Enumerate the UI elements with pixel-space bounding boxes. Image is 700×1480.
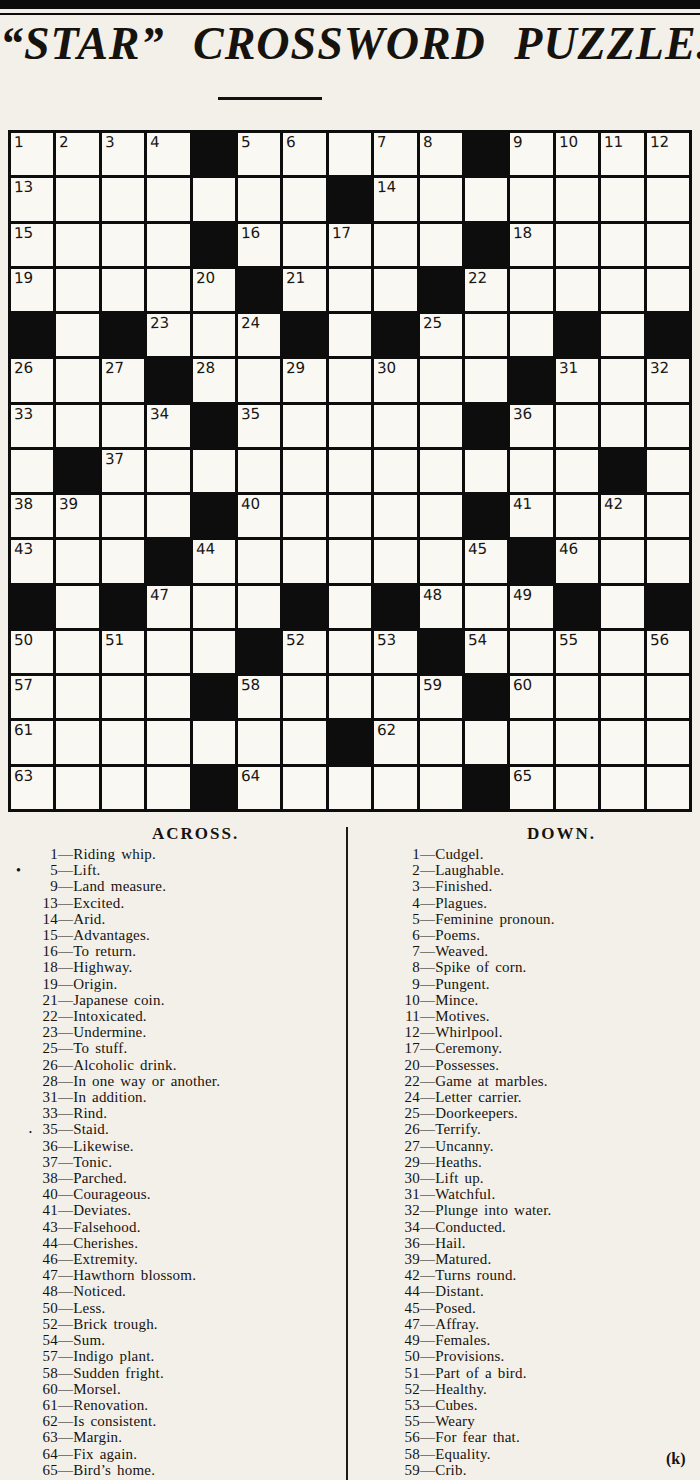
white-cell[interactable] [374, 495, 416, 537]
white-cell[interactable] [556, 495, 598, 537]
clue-number: 56 [352, 1429, 420, 1445]
clue-item: 44—Cherishes. [30, 1235, 342, 1251]
white-cell[interactable]: 36 [510, 405, 552, 447]
black-cell [193, 495, 235, 537]
clue-number: 63 [30, 1429, 58, 1445]
clue-number: 53 [352, 1397, 420, 1413]
clue-number: 6 [352, 927, 420, 943]
white-cell[interactable] [556, 224, 598, 266]
white-cell[interactable]: 32 [647, 359, 689, 401]
white-cell[interactable]: 12 [647, 133, 689, 175]
cell-number: 22 [468, 269, 488, 287]
clue-item: 14—Arid. [30, 911, 342, 927]
white-cell[interactable] [147, 495, 189, 537]
white-cell[interactable] [465, 586, 507, 628]
white-cell[interactable] [510, 314, 552, 356]
title-divider [218, 97, 322, 100]
white-cell[interactable] [56, 676, 98, 718]
white-cell[interactable]: 43 [11, 540, 53, 582]
cell-number: 35 [241, 405, 261, 423]
white-cell[interactable] [193, 586, 235, 628]
clue-text: —Undermine. [58, 1024, 146, 1040]
black-cell [329, 178, 371, 220]
white-cell[interactable] [647, 495, 689, 537]
white-cell[interactable] [102, 178, 144, 220]
clue-item: 31—Watchful. [352, 1186, 698, 1202]
white-cell[interactable] [238, 178, 280, 220]
cell-number: 32 [649, 360, 669, 378]
white-cell[interactable] [329, 495, 371, 537]
clue-text: —Noticed. [58, 1283, 126, 1299]
cell-number: 14 [377, 179, 397, 197]
white-cell[interactable] [601, 631, 643, 673]
white-cell[interactable] [510, 721, 552, 763]
clue-number: 58 [352, 1446, 420, 1462]
white-cell[interactable] [601, 224, 643, 266]
white-cell[interactable] [420, 178, 462, 220]
white-cell[interactable]: 2 [56, 133, 98, 175]
clue-item: 50—Provisions. [352, 1348, 698, 1364]
white-cell[interactable] [556, 178, 598, 220]
white-cell[interactable] [465, 721, 507, 763]
black-cell [465, 495, 507, 537]
white-cell[interactable]: 50 [11, 631, 53, 673]
white-cell[interactable]: 41 [510, 495, 552, 537]
white-cell[interactable] [56, 314, 98, 356]
cell-number: 17 [332, 224, 352, 242]
white-cell[interactable]: 29 [283, 359, 325, 401]
white-cell[interactable] [465, 178, 507, 220]
white-cell[interactable]: 28 [193, 359, 235, 401]
white-cell[interactable]: 51 [102, 631, 144, 673]
clue-number: 8 [352, 959, 420, 975]
clue-item: 13—Excited. [30, 895, 342, 911]
white-cell[interactable]: 26 [11, 359, 53, 401]
white-cell[interactable]: 39 [56, 495, 98, 537]
white-cell[interactable]: 65 [510, 767, 552, 809]
white-cell[interactable] [193, 178, 235, 220]
cell-number: 41 [513, 496, 533, 514]
white-cell[interactable] [102, 540, 144, 582]
clue-text: —Letter carrier. [420, 1089, 522, 1105]
white-cell[interactable]: 34 [147, 405, 189, 447]
white-cell[interactable] [601, 540, 643, 582]
black-cell [510, 540, 552, 582]
white-cell[interactable] [283, 676, 325, 718]
white-cell[interactable]: 1 [11, 133, 53, 175]
clue-number: 61 [30, 1397, 58, 1413]
white-cell[interactable] [283, 178, 325, 220]
white-cell[interactable] [329, 359, 371, 401]
white-cell[interactable]: 58 [238, 676, 280, 718]
cell-number: 42 [604, 496, 624, 514]
white-cell[interactable] [283, 450, 325, 492]
clue-item: 42—Turns round. [352, 1267, 698, 1283]
white-cell[interactable] [283, 540, 325, 582]
white-cell[interactable]: 53 [374, 631, 416, 673]
white-cell[interactable] [601, 721, 643, 763]
white-cell[interactable] [374, 269, 416, 311]
cell-number: 37 [105, 451, 125, 469]
cell-number: 61 [14, 722, 34, 740]
white-cell[interactable] [556, 721, 598, 763]
clue-number: 43 [30, 1219, 58, 1235]
clue-text: —Heaths. [420, 1154, 482, 1170]
white-cell[interactable] [56, 405, 98, 447]
clue-text: —Provisions. [420, 1348, 505, 1364]
clue-text: —Watchful. [420, 1186, 495, 1202]
clue-item: 32—Plunge into water. [352, 1202, 698, 1218]
white-cell[interactable] [601, 676, 643, 718]
white-cell[interactable] [556, 269, 598, 311]
white-cell[interactable] [283, 767, 325, 809]
white-cell[interactable] [601, 405, 643, 447]
white-cell[interactable] [56, 631, 98, 673]
white-cell[interactable] [193, 450, 235, 492]
white-cell[interactable] [647, 676, 689, 718]
white-cell[interactable]: 60 [510, 676, 552, 718]
white-cell[interactable] [283, 495, 325, 537]
cell-number: 13 [14, 179, 34, 197]
white-cell[interactable]: 11 [601, 133, 643, 175]
clue-text: —Renovation. [58, 1397, 148, 1413]
cell-number: 5 [241, 134, 251, 151]
clue-text: —Part of a bird. [420, 1365, 527, 1381]
white-cell[interactable]: 49 [510, 586, 552, 628]
white-cell[interactable] [56, 359, 98, 401]
white-cell[interactable]: 7 [374, 133, 416, 175]
white-cell[interactable] [510, 631, 552, 673]
white-cell[interactable] [329, 586, 371, 628]
clue-text: —Possesses. [420, 1057, 499, 1073]
white-cell[interactable] [420, 405, 462, 447]
white-cell[interactable] [420, 495, 462, 537]
white-cell[interactable] [647, 721, 689, 763]
white-cell[interactable] [374, 676, 416, 718]
white-cell[interactable]: 9 [510, 133, 552, 175]
white-cell[interactable] [329, 631, 371, 673]
white-cell[interactable]: 20 [193, 269, 235, 311]
white-cell[interactable] [601, 586, 643, 628]
clue-number: 64 [30, 1446, 58, 1462]
white-cell[interactable] [147, 269, 189, 311]
white-cell[interactable] [601, 767, 643, 809]
clue-number: 26 [352, 1121, 420, 1137]
cell-number: 50 [14, 632, 34, 650]
clue-number: 9 [30, 878, 58, 894]
white-cell[interactable] [374, 767, 416, 809]
white-cell[interactable] [374, 540, 416, 582]
cell-number: 64 [241, 767, 261, 785]
black-cell [374, 314, 416, 356]
clue-item: 31—In addition. [30, 1089, 342, 1105]
white-cell[interactable]: 10 [556, 133, 598, 175]
clue-number: 42 [352, 1267, 420, 1283]
white-cell[interactable] [329, 540, 371, 582]
white-cell[interactable] [647, 405, 689, 447]
white-cell[interactable]: 8 [420, 133, 462, 175]
clue-item: •5—Lift. [30, 862, 342, 878]
white-cell[interactable]: 22 [465, 269, 507, 311]
white-cell[interactable]: 4 [147, 133, 189, 175]
white-cell[interactable] [283, 721, 325, 763]
white-cell[interactable]: 31 [556, 359, 598, 401]
black-cell [329, 721, 371, 763]
clue-number: 1 [352, 846, 420, 862]
clue-number: 52 [352, 1381, 420, 1397]
white-cell[interactable] [329, 133, 371, 175]
white-cell[interactable] [238, 721, 280, 763]
white-cell[interactable]: 6 [283, 133, 325, 175]
white-cell[interactable] [465, 314, 507, 356]
white-cell[interactable] [329, 676, 371, 718]
white-cell[interactable] [193, 314, 235, 356]
black-cell [193, 224, 235, 266]
clue-item: 10—Mince. [352, 992, 698, 1008]
white-cell[interactable] [601, 178, 643, 220]
white-cell[interactable] [147, 767, 189, 809]
white-cell[interactable]: 45 [465, 540, 507, 582]
white-cell[interactable] [647, 178, 689, 220]
white-cell[interactable]: 27 [102, 359, 144, 401]
white-cell[interactable] [465, 450, 507, 492]
white-cell[interactable] [283, 405, 325, 447]
white-cell[interactable] [56, 269, 98, 311]
white-cell[interactable]: 3 [102, 133, 144, 175]
white-cell[interactable]: 33 [11, 405, 53, 447]
clue-text: —Sum. [58, 1332, 105, 1348]
white-cell[interactable]: 57 [11, 676, 53, 718]
cell-number: 10 [559, 134, 579, 152]
clue-text: —Highway. [58, 959, 133, 975]
white-cell[interactable] [329, 767, 371, 809]
white-cell[interactable]: 55 [556, 631, 598, 673]
clue-column-divider [346, 827, 348, 1480]
white-cell[interactable] [238, 450, 280, 492]
clue-item: 23—Undermine. [30, 1024, 342, 1040]
white-cell[interactable] [56, 586, 98, 628]
clue-number: 36 [352, 1235, 420, 1251]
cell-number: 33 [14, 405, 34, 423]
white-cell[interactable] [647, 767, 689, 809]
white-cell[interactable]: 61 [11, 721, 53, 763]
white-cell[interactable] [193, 721, 235, 763]
cell-number: 63 [14, 767, 34, 785]
white-cell[interactable] [420, 359, 462, 401]
white-cell[interactable] [147, 224, 189, 266]
white-cell[interactable] [102, 405, 144, 447]
cell-number: 15 [14, 224, 34, 242]
clue-number: 19 [30, 976, 58, 992]
white-cell[interactable]: 56 [647, 631, 689, 673]
black-cell [193, 133, 235, 175]
white-cell[interactable] [56, 178, 98, 220]
white-cell[interactable]: 64 [238, 767, 280, 809]
clue-item: 46—Extremity. [30, 1251, 342, 1267]
white-cell[interactable] [147, 631, 189, 673]
clue-number: 21 [30, 992, 58, 1008]
clue-text: —Advantages. [58, 927, 150, 943]
white-cell[interactable] [283, 224, 325, 266]
white-cell[interactable] [374, 405, 416, 447]
white-cell[interactable] [601, 359, 643, 401]
black-cell [647, 586, 689, 628]
white-cell[interactable] [510, 269, 552, 311]
clue-item: 5—Feminine pronoun. [352, 911, 698, 927]
white-cell[interactable] [102, 495, 144, 537]
white-cell[interactable] [147, 721, 189, 763]
clue-item: 39—Matured. [352, 1251, 698, 1267]
white-cell[interactable] [329, 405, 371, 447]
white-cell[interactable]: 52 [283, 631, 325, 673]
white-cell[interactable] [147, 450, 189, 492]
clue-item: 21—Japanese coin. [30, 992, 342, 1008]
white-cell[interactable] [147, 178, 189, 220]
white-cell[interactable] [647, 224, 689, 266]
white-cell[interactable] [147, 676, 189, 718]
clue-number: 62 [30, 1413, 58, 1429]
white-cell[interactable] [374, 224, 416, 266]
white-cell[interactable] [102, 767, 144, 809]
clue-item: 1—Riding whip. [30, 846, 342, 862]
white-cell[interactable] [647, 540, 689, 582]
white-cell[interactable] [329, 269, 371, 311]
clue-item: 36—Hail. [352, 1235, 698, 1251]
white-cell[interactable]: 30 [374, 359, 416, 401]
clue-number: 51 [352, 1365, 420, 1381]
white-cell[interactable] [238, 586, 280, 628]
white-cell[interactable] [420, 721, 462, 763]
white-cell[interactable]: 25 [420, 314, 462, 356]
white-cell[interactable] [556, 767, 598, 809]
white-cell[interactable]: 47 [147, 586, 189, 628]
white-cell[interactable] [11, 450, 53, 492]
clue-item: 64—Fix again. [30, 1446, 342, 1462]
white-cell[interactable] [102, 269, 144, 311]
white-cell[interactable] [420, 224, 462, 266]
cell-number: 40 [241, 496, 261, 514]
white-cell[interactable] [556, 450, 598, 492]
white-cell[interactable]: 59 [420, 676, 462, 718]
white-cell[interactable] [647, 450, 689, 492]
black-cell [147, 540, 189, 582]
white-cell[interactable] [102, 676, 144, 718]
clue-number: 38 [30, 1170, 58, 1186]
clue-text: —Intoxicated. [58, 1008, 147, 1024]
clue-item: 4—Plagues. [352, 895, 698, 911]
white-cell[interactable] [238, 359, 280, 401]
clue-text: —Origin. [58, 976, 118, 992]
white-cell[interactable] [102, 721, 144, 763]
clue-item: 48—Noticed. [30, 1283, 342, 1299]
white-cell[interactable] [56, 767, 98, 809]
black-cell [193, 767, 235, 809]
white-cell[interactable]: 23 [147, 314, 189, 356]
white-cell[interactable]: 5 [238, 133, 280, 175]
white-cell[interactable]: 37 [102, 450, 144, 492]
clue-item: 22—Game at marbles. [352, 1073, 698, 1089]
clue-item: 7—Weaved. [352, 943, 698, 959]
clue-text: —Pungent. [420, 976, 490, 992]
white-cell[interactable]: 54 [465, 631, 507, 673]
white-cell[interactable] [420, 450, 462, 492]
clue-item: •35—Staid. [30, 1121, 342, 1137]
clue-item: 58—Equality. [352, 1446, 698, 1462]
white-cell[interactable]: 21 [283, 269, 325, 311]
clue-text: —Distant. [420, 1283, 484, 1299]
white-cell[interactable]: 16 [238, 224, 280, 266]
white-cell[interactable] [193, 631, 235, 673]
clue-number: 5 [352, 911, 420, 927]
black-cell [510, 359, 552, 401]
clue-item: 25—To stuff. [30, 1040, 342, 1056]
white-cell[interactable] [510, 450, 552, 492]
clue-text: —Hail. [420, 1235, 466, 1251]
white-cell[interactable]: 62 [374, 721, 416, 763]
white-cell[interactable] [556, 676, 598, 718]
white-cell[interactable] [647, 269, 689, 311]
white-cell[interactable]: 40 [238, 495, 280, 537]
cell-number: 59 [422, 677, 442, 695]
white-cell[interactable] [56, 540, 98, 582]
white-cell[interactable] [329, 314, 371, 356]
cell-number: 18 [513, 224, 533, 242]
clue-item: 19—Origin. [30, 976, 342, 992]
white-cell[interactable] [601, 269, 643, 311]
clue-item: 34—Conducted. [352, 1219, 698, 1235]
white-cell[interactable]: 24 [238, 314, 280, 356]
clue-item: 9—Pungent. [352, 976, 698, 992]
white-cell[interactable] [556, 405, 598, 447]
white-cell[interactable] [56, 721, 98, 763]
clue-text: —Fix again. [58, 1446, 137, 1462]
clue-item: 51—Part of a bird. [352, 1365, 698, 1381]
cell-number: 58 [241, 677, 261, 695]
white-cell[interactable]: 14 [374, 178, 416, 220]
white-cell[interactable]: 17 [329, 224, 371, 266]
white-cell[interactable] [601, 314, 643, 356]
clue-number: 34 [352, 1219, 420, 1235]
black-cell [601, 450, 643, 492]
white-cell[interactable] [465, 359, 507, 401]
white-cell[interactable]: 13 [11, 178, 53, 220]
cell-number: 55 [559, 632, 579, 650]
white-cell[interactable] [102, 224, 144, 266]
white-cell[interactable]: 44 [193, 540, 235, 582]
white-cell[interactable] [238, 540, 280, 582]
white-cell[interactable] [510, 178, 552, 220]
white-cell[interactable]: 38 [11, 495, 53, 537]
white-cell[interactable]: 18 [510, 224, 552, 266]
white-cell[interactable] [329, 450, 371, 492]
white-cell[interactable] [420, 767, 462, 809]
footer-mark: (k) [666, 1450, 686, 1468]
clue-number: 22 [352, 1073, 420, 1089]
white-cell[interactable] [374, 450, 416, 492]
white-cell[interactable]: 63 [11, 767, 53, 809]
white-cell[interactable]: 46 [556, 540, 598, 582]
white-cell[interactable] [56, 224, 98, 266]
white-cell[interactable] [420, 540, 462, 582]
cell-number: 11 [604, 134, 624, 152]
white-cell[interactable]: 42 [601, 495, 643, 537]
white-cell[interactable]: 35 [238, 405, 280, 447]
black-cell [465, 405, 507, 447]
clue-item: 49—Females. [352, 1332, 698, 1348]
white-cell[interactable]: 19 [11, 269, 53, 311]
white-cell[interactable]: 15 [11, 224, 53, 266]
white-cell[interactable]: 48 [420, 586, 462, 628]
